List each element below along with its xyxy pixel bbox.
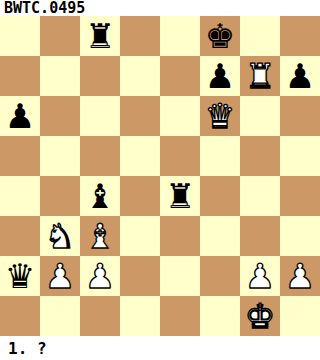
- black-pawn: ♟: [285, 56, 315, 96]
- square-b4[interactable]: [40, 176, 80, 216]
- square-g7[interactable]: ♜: [240, 56, 280, 96]
- square-b3[interactable]: ♞: [40, 216, 80, 256]
- black-queen: ♛: [5, 256, 35, 296]
- square-g6[interactable]: [240, 96, 280, 136]
- square-a4[interactable]: [0, 176, 40, 216]
- square-f7[interactable]: ♟: [200, 56, 240, 96]
- square-d2[interactable]: [120, 256, 160, 296]
- square-e5[interactable]: [160, 136, 200, 176]
- square-g8[interactable]: [240, 16, 280, 56]
- white-bishop: ♝: [85, 216, 115, 256]
- square-g3[interactable]: [240, 216, 280, 256]
- square-c6[interactable]: [80, 96, 120, 136]
- square-d3[interactable]: [120, 216, 160, 256]
- square-e2[interactable]: [160, 256, 200, 296]
- square-f2[interactable]: [200, 256, 240, 296]
- square-a7[interactable]: [0, 56, 40, 96]
- square-h1[interactable]: [280, 296, 320, 336]
- puzzle-title: BWTC.0495: [0, 0, 320, 16]
- square-f4[interactable]: [200, 176, 240, 216]
- white-pawn: ♟: [285, 256, 315, 296]
- square-b2[interactable]: ♟: [40, 256, 80, 296]
- square-e8[interactable]: [160, 16, 200, 56]
- square-c3[interactable]: ♝: [80, 216, 120, 256]
- square-g5[interactable]: [240, 136, 280, 176]
- square-f3[interactable]: [200, 216, 240, 256]
- white-pawn: ♟: [85, 256, 115, 296]
- square-a1[interactable]: [0, 296, 40, 336]
- white-queen: ♛: [205, 96, 235, 136]
- square-g2[interactable]: ♟: [240, 256, 280, 296]
- black-king: ♚: [205, 16, 235, 56]
- square-b8[interactable]: [40, 16, 80, 56]
- square-a8[interactable]: [0, 16, 40, 56]
- square-c4[interactable]: ♝: [80, 176, 120, 216]
- square-a5[interactable]: [0, 136, 40, 176]
- white-pawn: ♟: [45, 256, 75, 296]
- square-c8[interactable]: ♜: [80, 16, 120, 56]
- chess-board: ♜♚♟♜♟♟♛♝♜♞♝♛♟♟♟♟♚: [0, 16, 320, 336]
- square-h7[interactable]: ♟: [280, 56, 320, 96]
- square-b7[interactable]: [40, 56, 80, 96]
- square-h6[interactable]: [280, 96, 320, 136]
- black-bishop: ♝: [85, 176, 115, 216]
- square-f6[interactable]: ♛: [200, 96, 240, 136]
- white-pawn: ♟: [245, 256, 275, 296]
- square-d7[interactable]: [120, 56, 160, 96]
- black-rook: ♜: [165, 176, 195, 216]
- square-g4[interactable]: [240, 176, 280, 216]
- square-c1[interactable]: [80, 296, 120, 336]
- square-e4[interactable]: ♜: [160, 176, 200, 216]
- square-a3[interactable]: [0, 216, 40, 256]
- black-pawn: ♟: [205, 56, 235, 96]
- square-f5[interactable]: [200, 136, 240, 176]
- square-h5[interactable]: [280, 136, 320, 176]
- square-b6[interactable]: [40, 96, 80, 136]
- square-e3[interactable]: [160, 216, 200, 256]
- white-knight: ♞: [45, 216, 75, 256]
- square-a2[interactable]: ♛: [0, 256, 40, 296]
- square-c5[interactable]: [80, 136, 120, 176]
- square-e6[interactable]: [160, 96, 200, 136]
- square-h4[interactable]: [280, 176, 320, 216]
- square-d4[interactable]: [120, 176, 160, 216]
- square-g1[interactable]: ♚: [240, 296, 280, 336]
- white-rook: ♜: [245, 56, 275, 96]
- square-e1[interactable]: [160, 296, 200, 336]
- square-e7[interactable]: [160, 56, 200, 96]
- square-f1[interactable]: [200, 296, 240, 336]
- square-h3[interactable]: [280, 216, 320, 256]
- square-h8[interactable]: [280, 16, 320, 56]
- square-d8[interactable]: [120, 16, 160, 56]
- black-rook: ♜: [85, 16, 115, 56]
- black-pawn: ♟: [5, 96, 35, 136]
- square-d6[interactable]: [120, 96, 160, 136]
- square-b1[interactable]: [40, 296, 80, 336]
- square-d1[interactable]: [120, 296, 160, 336]
- square-c7[interactable]: [80, 56, 120, 96]
- move-prompt: 1. ?: [0, 336, 320, 360]
- square-b5[interactable]: [40, 136, 80, 176]
- square-d5[interactable]: [120, 136, 160, 176]
- white-king: ♚: [245, 296, 275, 336]
- square-h2[interactable]: ♟: [280, 256, 320, 296]
- square-c2[interactable]: ♟: [80, 256, 120, 296]
- square-a6[interactable]: ♟: [0, 96, 40, 136]
- square-f8[interactable]: ♚: [200, 16, 240, 56]
